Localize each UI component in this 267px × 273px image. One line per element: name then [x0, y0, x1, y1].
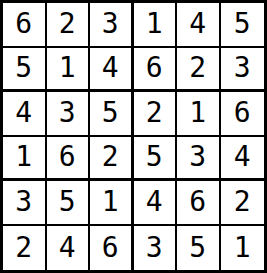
cell-r6c6[interactable]: 1: [221, 226, 265, 271]
cell-r5c3[interactable]: 1: [90, 181, 134, 226]
cell-r6c4[interactable]: 3: [134, 226, 178, 271]
cell-r5c1[interactable]: 3: [3, 181, 47, 226]
cell-r2c2[interactable]: 1: [47, 48, 91, 93]
cell-r3c6[interactable]: 6: [221, 92, 265, 137]
cell-r4c3[interactable]: 2: [90, 137, 134, 182]
cell-r4c6[interactable]: 4: [221, 137, 265, 182]
cell-r2c5[interactable]: 2: [177, 48, 221, 93]
cell-r4c1[interactable]: 1: [3, 137, 47, 182]
cell-r3c5[interactable]: 1: [177, 92, 221, 137]
cell-r1c4[interactable]: 1: [134, 3, 178, 48]
cell-r1c2[interactable]: 2: [47, 3, 91, 48]
sudoku-board: 6 2 3 1 4 5 5 1 4 6 2 3 4 3 5 2 1 6 1 6 …: [0, 0, 267, 273]
cell-r2c4[interactable]: 6: [134, 48, 178, 93]
cell-r3c2[interactable]: 3: [47, 92, 91, 137]
cell-r5c6[interactable]: 2: [221, 181, 265, 226]
cell-r4c4[interactable]: 5: [134, 137, 178, 182]
cell-r5c5[interactable]: 6: [177, 181, 221, 226]
cell-r6c2[interactable]: 4: [47, 226, 91, 271]
cell-r2c6[interactable]: 3: [221, 48, 265, 93]
cell-r3c4[interactable]: 2: [134, 92, 178, 137]
cell-r1c1[interactable]: 6: [3, 3, 47, 48]
cell-r5c2[interactable]: 5: [47, 181, 91, 226]
cell-r5c4[interactable]: 4: [134, 181, 178, 226]
cell-r1c5[interactable]: 4: [177, 3, 221, 48]
cell-r4c2[interactable]: 6: [47, 137, 91, 182]
cell-r6c1[interactable]: 2: [3, 226, 47, 271]
cell-r1c3[interactable]: 3: [90, 3, 134, 48]
cell-r3c1[interactable]: 4: [3, 92, 47, 137]
cell-r1c6[interactable]: 5: [221, 3, 265, 48]
cell-r6c5[interactable]: 5: [177, 226, 221, 271]
cell-r6c3[interactable]: 6: [90, 226, 134, 271]
cell-r2c1[interactable]: 5: [3, 48, 47, 93]
cell-r3c3[interactable]: 5: [90, 92, 134, 137]
cell-r4c5[interactable]: 3: [177, 137, 221, 182]
cell-r2c3[interactable]: 4: [90, 48, 134, 93]
